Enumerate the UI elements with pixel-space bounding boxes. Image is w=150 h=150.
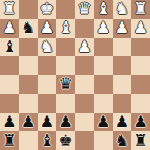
square-b7[interactable]: ♟ [113,113,132,132]
piece-white-pawn[interactable]: ♟ [77,38,91,54]
square-g7[interactable]: ♟ [19,113,38,132]
square-b1[interactable]: ♞ [113,0,132,19]
square-b2[interactable]: ♟ [113,19,132,38]
piece-black-pawn[interactable]: ♟ [133,113,147,129]
piece-black-queen[interactable]: ♛ [58,76,72,92]
square-b6[interactable] [113,94,132,113]
square-a4[interactable] [131,56,150,75]
piece-white-bishop[interactable]: ♝ [96,1,110,17]
square-a7[interactable]: ♟ [131,113,150,132]
square-c1[interactable]: ♝ [94,0,113,19]
square-f7[interactable]: ♟ [38,113,57,132]
piece-white-pawn[interactable]: ♟ [2,20,16,36]
square-c2[interactable]: ♟ [94,19,113,38]
square-h1[interactable]: ♜ [0,0,19,19]
piece-black-pawn[interactable]: ♟ [2,113,16,129]
square-h2[interactable]: ♟ [0,19,19,38]
piece-white-knight[interactable]: ♞ [115,1,129,17]
square-a2[interactable]: ♟ [131,19,150,38]
square-h5[interactable] [0,75,19,94]
square-h3[interactable]: ♝ [0,38,19,57]
square-f4[interactable] [38,56,57,75]
piece-black-knight[interactable]: ♞ [21,20,35,36]
square-d2[interactable] [75,19,94,38]
square-a1[interactable]: ♜ [131,0,150,19]
square-a8[interactable]: ♜ [131,131,150,150]
square-g8[interactable] [19,131,38,150]
square-g4[interactable] [19,56,38,75]
square-h7[interactable]: ♟ [0,113,19,132]
square-b3[interactable] [113,38,132,57]
square-f8[interactable]: ♝ [38,131,57,150]
piece-black-bishop[interactable]: ♝ [2,38,16,54]
square-d8[interactable] [75,131,94,150]
square-f3[interactable]: ♞ [38,38,57,57]
piece-black-pawn[interactable]: ♟ [58,113,72,129]
piece-white-pawn[interactable]: ♟ [115,20,129,36]
piece-black-pawn[interactable]: ♟ [40,113,54,129]
square-e2[interactable]: ♝ [56,19,75,38]
square-f1[interactable]: ♚ [38,0,57,19]
square-g6[interactable] [19,94,38,113]
square-b5[interactable] [113,75,132,94]
square-e6[interactable] [56,94,75,113]
square-g3[interactable] [19,38,38,57]
square-b8[interactable]: ♞ [113,131,132,150]
piece-black-knight[interactable]: ♞ [115,132,129,148]
piece-white-rook[interactable]: ♜ [133,1,147,17]
square-a5[interactable] [131,75,150,94]
piece-black-bishop[interactable]: ♝ [40,132,54,148]
piece-white-bishop[interactable]: ♝ [58,20,72,36]
square-c8[interactable] [94,131,113,150]
piece-white-rook[interactable]: ♜ [2,1,16,17]
piece-white-queen[interactable]: ♛ [77,1,91,17]
square-b4[interactable] [113,56,132,75]
square-d4[interactable] [75,56,94,75]
square-c3[interactable] [94,38,113,57]
square-h8[interactable]: ♜ [0,131,19,150]
square-d3[interactable]: ♟ [75,38,94,57]
square-f5[interactable] [38,75,57,94]
square-d5[interactable] [75,75,94,94]
piece-white-king[interactable]: ♚ [40,1,54,17]
piece-black-pawn[interactable]: ♟ [115,113,129,129]
piece-black-rook[interactable]: ♜ [2,132,16,148]
square-g1[interactable] [19,0,38,19]
chess-board: ♜♚♛♝♞♜♟♞♟♝♟♟♟♝♞♟♛♟♟♟♟♟♟♟♜♝♚♞♜ [0,0,150,150]
square-e8[interactable]: ♚ [56,131,75,150]
square-e5[interactable]: ♛ [56,75,75,94]
square-c7[interactable]: ♟ [94,113,113,132]
piece-black-pawn[interactable]: ♟ [96,113,110,129]
square-a3[interactable] [131,38,150,57]
piece-black-king[interactable]: ♚ [58,132,72,148]
square-f2[interactable]: ♟ [38,19,57,38]
piece-white-pawn[interactable]: ♟ [133,20,147,36]
square-e4[interactable] [56,56,75,75]
square-c5[interactable] [94,75,113,94]
square-c4[interactable] [94,56,113,75]
square-h4[interactable] [0,56,19,75]
piece-black-rook[interactable]: ♜ [133,132,147,148]
square-d1[interactable]: ♛ [75,0,94,19]
square-d6[interactable] [75,94,94,113]
square-a6[interactable] [131,94,150,113]
square-g2[interactable]: ♞ [19,19,38,38]
square-e3[interactable] [56,38,75,57]
square-h6[interactable] [0,94,19,113]
piece-white-pawn[interactable]: ♟ [96,20,110,36]
square-e1[interactable] [56,0,75,19]
piece-white-knight[interactable]: ♞ [40,38,54,54]
square-g5[interactable] [19,75,38,94]
square-e7[interactable]: ♟ [56,113,75,132]
square-d7[interactable] [75,113,94,132]
piece-white-pawn[interactable]: ♟ [40,20,54,36]
piece-black-pawn[interactable]: ♟ [21,113,35,129]
square-f6[interactable] [38,94,57,113]
square-c6[interactable] [94,94,113,113]
